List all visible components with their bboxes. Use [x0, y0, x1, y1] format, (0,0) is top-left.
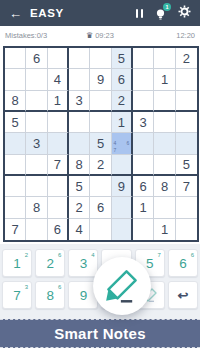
cell-r9c4[interactable]: 4	[69, 219, 90, 240]
remaining-count: 7	[157, 252, 160, 258]
pause-button[interactable]	[136, 9, 144, 18]
cell-r4c9[interactable]	[176, 112, 197, 133]
cell-r2c8[interactable]: 1	[154, 69, 175, 90]
cell-r5c2[interactable]: 3	[26, 133, 47, 154]
cell-r9c9[interactable]	[176, 219, 197, 240]
best-time: ♛09:23	[0, 31, 200, 40]
cell-r6c7[interactable]	[133, 155, 154, 176]
cell-r4c4[interactable]	[69, 112, 90, 133]
cell-r4c7[interactable]: 3	[133, 112, 154, 133]
cell-r1c1[interactable]	[5, 48, 26, 69]
cell-r6c3[interactable]: 7	[48, 155, 69, 176]
cell-r9c5[interactable]	[90, 219, 111, 240]
cell-r5c7[interactable]	[133, 133, 154, 154]
gear-icon	[178, 5, 191, 18]
cell-r4c3[interactable]	[48, 112, 69, 133]
remaining-count: 6	[58, 284, 61, 290]
cell-r9c6[interactable]	[112, 219, 133, 240]
cell-r1c2[interactable]: 6	[26, 48, 47, 69]
cell-r2c1[interactable]	[5, 69, 26, 90]
cell-r4c6[interactable]: 1	[112, 112, 133, 133]
cell-r8c3[interactable]	[48, 197, 69, 218]
cell-r7c7[interactable]: 6	[133, 176, 154, 197]
cell-r4c5[interactable]	[90, 112, 111, 133]
cell-r8c1[interactable]	[5, 197, 26, 218]
cell-r9c1[interactable]: 7	[5, 219, 26, 240]
cell-r2c9[interactable]	[176, 69, 197, 90]
numpad-button-2[interactable]: 26	[35, 249, 65, 277]
crown-icon: ♛	[86, 31, 93, 40]
hint-bulb-button[interactable]: 1	[154, 7, 167, 20]
remaining-count: 6	[191, 252, 194, 258]
cell-r3c6[interactable]: 2	[112, 91, 133, 112]
pencil-notes: 467	[112, 133, 131, 153]
cell-r3c3[interactable]: 1	[48, 91, 69, 112]
cell-r5c6[interactable]: 467	[112, 133, 133, 154]
cell-r1c5[interactable]	[90, 48, 111, 69]
remaining-count: 3	[25, 284, 28, 290]
cell-r5c5[interactable]: 5	[90, 133, 111, 154]
undo-button[interactable]: ↩	[168, 281, 198, 309]
cell-r6c1[interactable]	[5, 155, 26, 176]
cell-r5c4[interactable]	[69, 133, 90, 154]
undo-icon: ↩	[177, 288, 188, 303]
cell-r8c8[interactable]	[154, 197, 175, 218]
sudoku-board: 652496181325133546778255968782617641	[3, 46, 199, 242]
cell-r8c7[interactable]: 1	[133, 197, 154, 218]
cell-r8c2[interactable]: 8	[26, 197, 47, 218]
settings-button[interactable]	[178, 4, 191, 22]
cell-r2c2[interactable]	[26, 69, 47, 90]
cell-r1c4[interactable]	[69, 48, 90, 69]
cell-r6c9[interactable]: 5	[176, 155, 197, 176]
pencil-icon	[105, 269, 139, 303]
cell-r2c7[interactable]	[133, 69, 154, 90]
cell-r2c5[interactable]: 9	[90, 69, 111, 90]
notes-spotlight[interactable]	[93, 257, 151, 315]
cell-r5c3[interactable]	[48, 133, 69, 154]
banner-label: Smart Notes	[54, 325, 146, 342]
cell-r8c4[interactable]: 2	[69, 197, 90, 218]
cell-r1c7[interactable]	[133, 48, 154, 69]
remaining-count: 4	[91, 252, 94, 258]
cell-r7c1[interactable]	[5, 176, 26, 197]
cell-r3c2[interactable]	[26, 91, 47, 112]
cell-r1c8[interactable]	[154, 48, 175, 69]
cell-r3c7[interactable]	[133, 91, 154, 112]
cell-r7c6[interactable]: 9	[112, 176, 133, 197]
cell-r1c3[interactable]	[48, 48, 69, 69]
cell-r4c2[interactable]	[26, 112, 47, 133]
remaining-count: 6	[58, 252, 61, 258]
cell-r4c8[interactable]	[154, 112, 175, 133]
cell-r5c9[interactable]	[176, 133, 197, 154]
hint-badge: 1	[163, 3, 171, 11]
cell-r3c8[interactable]	[154, 91, 175, 112]
cell-r2c4[interactable]	[69, 69, 90, 90]
numpad-button-7[interactable]: 73	[2, 281, 32, 309]
cell-r3c9[interactable]	[176, 91, 197, 112]
cell-r7c8[interactable]: 8	[154, 176, 175, 197]
cell-r9c7[interactable]	[133, 219, 154, 240]
cell-r5c8[interactable]	[154, 133, 175, 154]
cell-r2c6[interactable]: 6	[112, 69, 133, 90]
status-row: Mistakes:0/3 ♛09:23 12:20	[0, 26, 200, 45]
numpad-button-6[interactable]: 66	[168, 249, 198, 277]
cell-r8c5[interactable]: 6	[90, 197, 111, 218]
cell-r7c3[interactable]	[48, 176, 69, 197]
numpad-button-8[interactable]: 86	[35, 281, 65, 309]
cell-r4c1[interactable]: 5	[5, 112, 26, 133]
cell-r7c9[interactable]: 7	[176, 176, 197, 197]
cell-r3c1[interactable]: 8	[5, 91, 26, 112]
cell-r1c9[interactable]: 2	[176, 48, 197, 69]
back-icon[interactable]: ←	[9, 7, 22, 20]
page-title: EASY	[30, 7, 64, 19]
cell-r6c8[interactable]	[154, 155, 175, 176]
cell-r2c3[interactable]: 4	[48, 69, 69, 90]
cell-r5c1[interactable]	[5, 133, 26, 154]
cell-r3c5[interactable]	[90, 91, 111, 112]
cell-r7c2[interactable]	[26, 176, 47, 197]
cell-r6c6[interactable]	[112, 155, 133, 176]
smart-notes-banner[interactable]: Smart Notes	[0, 319, 200, 348]
numpad-button-3[interactable]: 34	[68, 249, 98, 277]
cell-r6c4[interactable]: 8	[69, 155, 90, 176]
cell-r9c2[interactable]	[26, 219, 47, 240]
cell-r6c5[interactable]: 2	[90, 155, 111, 176]
cell-r7c4[interactable]: 5	[69, 176, 90, 197]
cell-r3c4[interactable]: 3	[69, 91, 90, 112]
cell-r6c2[interactable]	[26, 155, 47, 176]
top-bar: ← EASY 1	[0, 0, 200, 26]
cell-r8c9[interactable]	[176, 197, 197, 218]
cell-r9c8[interactable]: 1	[154, 219, 175, 240]
remaining-count: 2	[25, 252, 28, 258]
cell-r7c5[interactable]	[90, 176, 111, 197]
cell-r8c6[interactable]	[112, 197, 133, 218]
cell-r9c3[interactable]: 6	[48, 219, 69, 240]
numpad-button-1[interactable]: 12	[2, 249, 32, 277]
cell-r1c6[interactable]: 5	[112, 48, 133, 69]
